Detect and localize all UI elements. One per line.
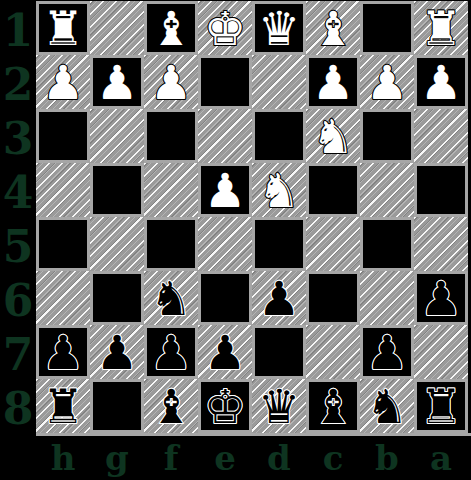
black-pawn-piece[interactable]: ♟ — [42, 329, 84, 376]
file-label-h: h — [36, 436, 90, 480]
file-labels: hgfedcba — [36, 436, 468, 480]
white-pawn-piece[interactable]: ♟ — [42, 59, 84, 106]
file-label-a: a — [414, 436, 468, 480]
square-b3[interactable] — [360, 109, 414, 163]
rank-label-7: 7 — [0, 325, 36, 379]
black-bishop-piece[interactable]: ♝ — [312, 383, 354, 430]
square-b5[interactable] — [360, 217, 414, 271]
square-f8[interactable]: ♝ — [144, 379, 198, 433]
square-g1[interactable] — [90, 1, 144, 55]
square-d7[interactable] — [252, 325, 306, 379]
rank-label-1: 1 — [0, 1, 36, 55]
square-d6[interactable]: ♟ — [252, 271, 306, 325]
white-bishop-piece[interactable]: ♝ — [150, 5, 192, 52]
white-pawn-piece[interactable]: ♟ — [312, 59, 354, 106]
square-a8[interactable]: ♜ — [414, 379, 468, 433]
white-rook-piece[interactable]: ♜ — [420, 5, 462, 52]
square-h5[interactable] — [36, 217, 90, 271]
black-king-piece[interactable]: ♚ — [204, 383, 246, 430]
file-label-c: c — [306, 436, 360, 480]
square-g7[interactable]: ♟ — [90, 325, 144, 379]
square-e8[interactable]: ♚ — [198, 379, 252, 433]
square-h8[interactable]: ♜ — [36, 379, 90, 433]
square-a6[interactable]: ♟ — [414, 271, 468, 325]
square-d3[interactable] — [252, 109, 306, 163]
square-a2[interactable]: ♟ — [414, 55, 468, 109]
square-c5[interactable] — [306, 217, 360, 271]
square-e4[interactable]: ♟ — [198, 163, 252, 217]
white-rook-piece[interactable]: ♜ — [42, 5, 84, 52]
square-d2[interactable] — [252, 55, 306, 109]
white-pawn-piece[interactable]: ♟ — [150, 59, 192, 106]
white-pawn-piece[interactable]: ♟ — [366, 59, 408, 106]
square-e1[interactable]: ♚ — [198, 1, 252, 55]
chess-board-screen: 12345678 ♜♝♚♛♝♜♟♟♟♟♟♟♞♟♞♞♟♟♟♟♟♟♟♜♝♚♛♝♞♜ … — [0, 0, 471, 480]
square-b6[interactable] — [360, 271, 414, 325]
square-g4[interactable] — [90, 163, 144, 217]
square-c7[interactable] — [306, 325, 360, 379]
square-c2[interactable]: ♟ — [306, 55, 360, 109]
file-label-b: b — [360, 436, 414, 480]
square-g6[interactable] — [90, 271, 144, 325]
square-e2[interactable] — [198, 55, 252, 109]
black-pawn-piece[interactable]: ♟ — [150, 329, 192, 376]
square-a5[interactable] — [414, 217, 468, 271]
square-c8[interactable]: ♝ — [306, 379, 360, 433]
square-b1[interactable] — [360, 1, 414, 55]
black-knight-piece[interactable]: ♞ — [150, 275, 192, 322]
white-queen-piece[interactable]: ♛ — [258, 5, 300, 52]
square-f1[interactable]: ♝ — [144, 1, 198, 55]
square-b7[interactable]: ♟ — [360, 325, 414, 379]
rank-label-6: 6 — [0, 271, 36, 325]
square-d1[interactable]: ♛ — [252, 1, 306, 55]
square-f3[interactable] — [144, 109, 198, 163]
black-pawn-piece[interactable]: ♟ — [204, 329, 246, 376]
square-d4[interactable]: ♞ — [252, 163, 306, 217]
rank-labels: 12345678 — [0, 1, 36, 433]
square-h3[interactable] — [36, 109, 90, 163]
white-bishop-piece[interactable]: ♝ — [312, 5, 354, 52]
white-pawn-piece[interactable]: ♟ — [420, 59, 462, 106]
rank-label-5: 5 — [0, 217, 36, 271]
black-rook-piece[interactable]: ♜ — [42, 383, 84, 430]
square-h2[interactable]: ♟ — [36, 55, 90, 109]
chess-board: ♜♝♚♛♝♜♟♟♟♟♟♟♞♟♞♞♟♟♟♟♟♟♟♜♝♚♛♝♞♜ — [36, 1, 468, 433]
file-label-e: e — [198, 436, 252, 480]
square-e7[interactable]: ♟ — [198, 325, 252, 379]
square-b4[interactable] — [360, 163, 414, 217]
square-h7[interactable]: ♟ — [36, 325, 90, 379]
square-f2[interactable]: ♟ — [144, 55, 198, 109]
file-label-f: f — [144, 436, 198, 480]
rank-label-8: 8 — [0, 379, 36, 433]
rank-label-3: 3 — [0, 109, 36, 163]
black-knight-piece[interactable]: ♞ — [366, 383, 408, 430]
square-c3[interactable]: ♞ — [306, 109, 360, 163]
square-e3[interactable] — [198, 109, 252, 163]
square-f6[interactable]: ♞ — [144, 271, 198, 325]
square-a3[interactable] — [414, 109, 468, 163]
square-b2[interactable]: ♟ — [360, 55, 414, 109]
square-g5[interactable] — [90, 217, 144, 271]
black-pawn-piece[interactable]: ♟ — [258, 275, 300, 322]
square-a7[interactable] — [414, 325, 468, 379]
square-e5[interactable] — [198, 217, 252, 271]
square-h4[interactable] — [36, 163, 90, 217]
square-d5[interactable] — [252, 217, 306, 271]
square-c1[interactable]: ♝ — [306, 1, 360, 55]
square-e6[interactable] — [198, 271, 252, 325]
square-a1[interactable]: ♜ — [414, 1, 468, 55]
white-knight-piece[interactable]: ♞ — [258, 167, 300, 214]
rank-label-4: 4 — [0, 163, 36, 217]
square-f7[interactable]: ♟ — [144, 325, 198, 379]
square-h6[interactable] — [36, 271, 90, 325]
square-g3[interactable] — [90, 109, 144, 163]
rank-label-2: 2 — [0, 55, 36, 109]
black-queen-piece[interactable]: ♛ — [258, 383, 300, 430]
white-king-piece[interactable]: ♚ — [204, 5, 246, 52]
square-a4[interactable] — [414, 163, 468, 217]
square-c6[interactable] — [306, 271, 360, 325]
square-c4[interactable] — [306, 163, 360, 217]
white-pawn-piece[interactable]: ♟ — [204, 167, 246, 214]
black-rook-piece[interactable]: ♜ — [420, 383, 462, 430]
black-pawn-piece[interactable]: ♟ — [366, 329, 408, 376]
file-label-g: g — [90, 436, 144, 480]
black-bishop-piece[interactable]: ♝ — [150, 383, 192, 430]
square-h1[interactable]: ♜ — [36, 1, 90, 55]
white-pawn-piece[interactable]: ♟ — [96, 59, 138, 106]
square-g2[interactable]: ♟ — [90, 55, 144, 109]
black-pawn-piece[interactable]: ♟ — [420, 275, 462, 322]
square-b8[interactable]: ♞ — [360, 379, 414, 433]
square-f4[interactable] — [144, 163, 198, 217]
square-g8[interactable] — [90, 379, 144, 433]
white-knight-piece[interactable]: ♞ — [312, 113, 354, 160]
black-pawn-piece[interactable]: ♟ — [96, 329, 138, 376]
file-label-d: d — [252, 436, 306, 480]
square-d8[interactable]: ♛ — [252, 379, 306, 433]
square-f5[interactable] — [144, 217, 198, 271]
